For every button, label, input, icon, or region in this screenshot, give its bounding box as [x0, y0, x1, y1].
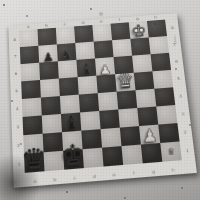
file-label: a: [25, 179, 45, 185]
square-a7: [20, 46, 39, 64]
rank-label: 8: [11, 31, 19, 48]
square-d6: ♝: [76, 58, 96, 77]
square-h4: [154, 87, 175, 106]
square-a6: [21, 63, 41, 82]
square-d4: [79, 93, 99, 112]
square-g4: [135, 89, 156, 108]
square-g2: ♟: [139, 125, 160, 145]
square-b7: ♟: [38, 44, 57, 62]
file-label: d: [84, 174, 104, 180]
rank-label: 5: [173, 69, 184, 87]
square-a3: [23, 115, 43, 135]
square-f4: [117, 90, 138, 109]
square-e5: [96, 74, 116, 93]
square-b3: [42, 114, 62, 134]
file-label: e: [104, 172, 124, 178]
rank-label: 1: [182, 141, 193, 160]
chess-board-sheet: abcdefgh abcdefgh 87654321 87654321 cres…: [8, 13, 197, 188]
square-d8: [74, 25, 94, 43]
brand-logo: ♛: [166, 147, 175, 157]
square-b8: [38, 28, 57, 46]
rank-label: 4: [175, 86, 186, 104]
square-f3: [118, 108, 139, 128]
square-h7: [149, 36, 169, 54]
square-f2: [120, 126, 141, 146]
square-h6: [151, 53, 172, 72]
square-h1: ♛: [160, 141, 182, 161]
square-e8: [92, 24, 112, 42]
square-f1: [121, 145, 142, 165]
square-h3: [156, 105, 177, 125]
square-d7: [75, 42, 95, 60]
square-g1: [141, 143, 162, 163]
square-d5: [78, 76, 98, 95]
square-h2: [158, 123, 179, 143]
square-h8: [147, 20, 167, 38]
square-c5: [59, 77, 79, 96]
square-e7: [94, 40, 114, 58]
square-g3: [137, 106, 158, 126]
square-c8: [56, 26, 75, 44]
file-label: f: [124, 171, 144, 177]
rank-label: 6: [12, 64, 21, 82]
square-c7: ♞: [57, 43, 77, 61]
square-h5: [152, 70, 173, 89]
square-g5: [134, 71, 155, 90]
file-label: g: [143, 169, 163, 175]
rank-label: 4: [13, 99, 22, 118]
square-e3: [99, 109, 120, 129]
square-f7: [112, 39, 132, 57]
rank-label: 3: [13, 117, 22, 136]
rank-label: 3: [177, 104, 188, 123]
file-label: c: [65, 176, 85, 182]
square-d1: [83, 148, 104, 168]
rank-label: 6: [171, 52, 182, 70]
chess-grid: ♚♟♞♝♟♛♝♟♛♚♛: [19, 20, 182, 173]
file-label: h: [163, 168, 183, 174]
square-e1: [102, 146, 123, 166]
dust-speckles: [3, 4, 5, 6]
square-b4: [41, 96, 61, 115]
square-f8: [111, 22, 131, 40]
square-c1: ♚: [63, 149, 84, 169]
square-a1: ♛: [24, 152, 44, 173]
square-c6: [58, 60, 78, 79]
square-d3: [80, 111, 101, 131]
square-b5: [40, 79, 60, 98]
square-g7: [130, 37, 150, 55]
rank-label: 5: [12, 81, 21, 99]
square-c3: ♝: [61, 112, 81, 132]
square-e6: ♟: [95, 57, 115, 76]
square-b6: [39, 61, 59, 80]
square-e2: [101, 128, 122, 148]
square-f5: ♛: [115, 73, 135, 92]
rank-label: 2: [179, 122, 190, 141]
square-a4: [22, 98, 42, 117]
file-label: b: [45, 177, 65, 183]
square-e4: [98, 92, 118, 111]
photo-surface: abcdefgh abcdefgh 87654321 87654321 cres…: [0, 0, 200, 200]
square-g6: [132, 54, 152, 73]
rank-label: 7: [11, 47, 19, 65]
square-a5: [21, 80, 41, 99]
rank-label: 8: [167, 19, 178, 36]
square-a8: [19, 29, 38, 47]
square-g8: ♚: [129, 21, 149, 39]
